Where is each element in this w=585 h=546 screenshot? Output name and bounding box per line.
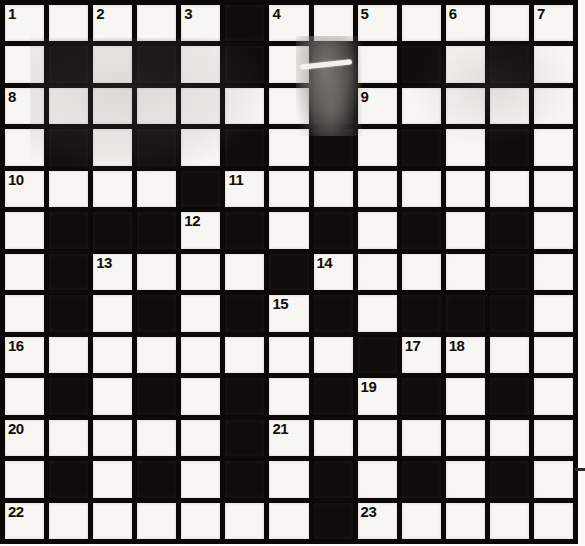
cell-r3-c0-white[interactable] — [5, 129, 44, 165]
cell-r9-c4-white[interactable] — [181, 378, 220, 414]
cell-r5-c2-black — [93, 212, 132, 248]
cell-r10-c2-white[interactable] — [93, 420, 132, 456]
cell-r12-c3-white[interactable] — [137, 503, 176, 539]
cell-r2-c2-white[interactable] — [93, 88, 132, 124]
cell-r3-c10-white[interactable] — [446, 129, 485, 165]
clue-number-8: 8 — [8, 88, 16, 106]
cell-r8-c0-white[interactable]: 16 — [5, 337, 44, 373]
cell-r7-c2-white[interactable] — [93, 295, 132, 331]
cell-r11-c10-white[interactable] — [446, 461, 485, 497]
cell-r7-c9-black — [402, 295, 441, 331]
cell-r3-c7-black — [314, 129, 353, 165]
cell-r7-c0-white[interactable] — [5, 295, 44, 331]
cell-r6-c8-white[interactable] — [358, 254, 397, 290]
cell-r0-c12-white[interactable]: 7 — [534, 5, 573, 41]
cell-r12-c8-white[interactable]: 23 — [358, 503, 397, 539]
cell-r12-c7-black — [314, 503, 353, 539]
cell-r9-c12-white[interactable] — [534, 378, 573, 414]
clue-number-23: 23 — [361, 503, 377, 521]
cell-r8-c4-white[interactable] — [181, 337, 220, 373]
cell-r9-c10-white[interactable] — [446, 378, 485, 414]
cell-r1-c11-black — [490, 46, 529, 82]
clue-number-5: 5 — [361, 5, 369, 23]
cell-r8-c11-white[interactable] — [490, 337, 529, 373]
cell-r8-c2-white[interactable] — [93, 337, 132, 373]
cell-r9-c3-black — [137, 378, 176, 414]
cell-r4-c7-white[interactable] — [314, 171, 353, 207]
cell-r12-c4-white[interactable] — [181, 503, 220, 539]
clue-number-13: 13 — [96, 254, 112, 272]
cell-r5-c1-black — [49, 212, 88, 248]
clue-number-14: 14 — [317, 254, 333, 272]
cell-r4-c4-black — [181, 171, 220, 207]
clue-number-9: 9 — [361, 88, 369, 106]
cell-r12-c5-white[interactable] — [225, 503, 264, 539]
cell-r5-c6-white[interactable] — [269, 212, 308, 248]
cell-r12-c10-white[interactable] — [446, 503, 485, 539]
cell-r7-c7-black — [314, 295, 353, 331]
cell-r1-c7-black — [314, 46, 353, 82]
cell-r11-c9-black — [402, 461, 441, 497]
cell-r7-c6-white[interactable]: 15 — [269, 295, 308, 331]
cell-r9-c5-black — [225, 378, 264, 414]
clue-number-10: 10 — [8, 171, 24, 189]
cell-r7-c10-black — [446, 295, 485, 331]
cell-r5-c11-black — [490, 212, 529, 248]
cell-r10-c1-white[interactable] — [49, 420, 88, 456]
cell-r2-c0-white[interactable]: 8 — [5, 88, 44, 124]
cell-r7-c1-black — [49, 295, 88, 331]
cell-r10-c7-white[interactable] — [314, 420, 353, 456]
cell-r8-c9-white[interactable]: 17 — [402, 337, 441, 373]
cell-r7-c11-black — [490, 295, 529, 331]
cell-r4-c12-white[interactable] — [534, 171, 573, 207]
cell-r6-c3-white[interactable] — [137, 254, 176, 290]
cell-r3-c4-white[interactable] — [181, 129, 220, 165]
clue-number-22: 22 — [8, 503, 24, 521]
cell-r4-c2-white[interactable] — [93, 171, 132, 207]
cell-r6-c1-black — [49, 254, 88, 290]
cell-r6-c7-white[interactable]: 14 — [314, 254, 353, 290]
cell-r11-c3-black — [137, 461, 176, 497]
cell-r1-c5-black — [225, 46, 264, 82]
cell-r0-c1-white[interactable] — [49, 5, 88, 41]
cell-r2-c9-white[interactable] — [402, 88, 441, 124]
cell-r5-c12-white[interactable] — [534, 212, 573, 248]
cell-r4-c1-white[interactable] — [49, 171, 88, 207]
cell-r8-c1-white[interactable] — [49, 337, 88, 373]
cell-r2-c7-black — [314, 88, 353, 124]
cell-r5-c0-white[interactable] — [5, 212, 44, 248]
cell-r6-c11-black — [490, 254, 529, 290]
cell-r9-c7-black — [314, 378, 353, 414]
clue-number-3: 3 — [184, 5, 192, 23]
cell-r9-c8-white[interactable]: 19 — [358, 378, 397, 414]
cell-r2-c5-white[interactable] — [225, 88, 264, 124]
clue-number-20: 20 — [8, 420, 24, 438]
cell-r6-c6-black — [269, 254, 308, 290]
cell-r1-c10-white[interactable] — [446, 46, 485, 82]
cell-r7-c3-black — [137, 295, 176, 331]
cell-r11-c0-white[interactable] — [5, 461, 44, 497]
cell-r6-c9-white[interactable] — [402, 254, 441, 290]
cell-r1-c0-white[interactable] — [5, 46, 44, 82]
cell-r3-c9-black — [402, 129, 441, 165]
cell-r8-c12-white[interactable] — [534, 337, 573, 373]
cell-r11-c5-black — [225, 461, 264, 497]
crossword-board: 1234567891011121314151617181920212223 — [0, 0, 585, 546]
clue-number-15: 15 — [272, 295, 288, 313]
cell-r12-c2-white[interactable] — [93, 503, 132, 539]
cell-r9-c11-black — [490, 378, 529, 414]
cell-r0-c7-white[interactable] — [314, 5, 353, 41]
cell-r5-c8-white[interactable] — [358, 212, 397, 248]
cell-r11-c7-black — [314, 461, 353, 497]
cell-r11-c2-white[interactable] — [93, 461, 132, 497]
clue-number-6: 6 — [449, 5, 457, 23]
cell-r3-c5-black — [225, 129, 264, 165]
cell-r12-c9-white[interactable] — [402, 503, 441, 539]
cell-r0-c9-white[interactable] — [402, 5, 441, 41]
cell-r7-c5-black — [225, 295, 264, 331]
cell-r12-c6-white[interactable] — [269, 503, 308, 539]
cell-r10-c5-black — [225, 420, 264, 456]
crossword-grid: 1234567891011121314151617181920212223 — [0, 0, 578, 544]
cell-r8-c10-white[interactable]: 18 — [446, 337, 485, 373]
clue-number-2: 2 — [96, 5, 104, 23]
cell-r10-c0-white[interactable]: 20 — [5, 420, 44, 456]
cell-r4-c11-white[interactable] — [490, 171, 529, 207]
cell-r0-c11-white[interactable] — [490, 5, 529, 41]
cell-r7-c12-white[interactable] — [534, 295, 573, 331]
cell-r10-c4-white[interactable] — [181, 420, 220, 456]
cell-r2-c1-white[interactable] — [49, 88, 88, 124]
cell-r7-c4-white[interactable] — [181, 295, 220, 331]
cell-r2-c3-white[interactable] — [137, 88, 176, 124]
clue-number-18: 18 — [449, 337, 465, 355]
cell-r12-c1-white[interactable] — [49, 503, 88, 539]
cell-r8-c5-white[interactable] — [225, 337, 264, 373]
cell-r8-c7-white[interactable] — [314, 337, 353, 373]
cell-r0-c6-white[interactable]: 4 — [269, 5, 308, 41]
clue-number-1: 1 — [8, 5, 16, 23]
cell-r11-c11-black — [490, 461, 529, 497]
cell-r1-c2-white[interactable] — [93, 46, 132, 82]
clue-number-21: 21 — [272, 420, 288, 438]
cell-r3-c12-white[interactable] — [534, 129, 573, 165]
cell-r0-c2-white[interactable]: 2 — [93, 5, 132, 41]
clue-number-12: 12 — [184, 212, 200, 230]
clue-number-4: 4 — [272, 5, 280, 23]
cell-r8-c8-black — [358, 337, 397, 373]
cell-r0-c0-white[interactable]: 1 — [5, 5, 44, 41]
cell-r9-c1-black — [49, 378, 88, 414]
cell-r7-c8-white[interactable] — [358, 295, 397, 331]
cell-r2-c4-white[interactable] — [181, 88, 220, 124]
cell-r5-c5-black — [225, 212, 264, 248]
cell-r10-c9-white[interactable] — [402, 420, 441, 456]
cell-r6-c5-white[interactable] — [225, 254, 264, 290]
cell-r9-c0-white[interactable] — [5, 378, 44, 414]
cell-r9-c9-black — [402, 378, 441, 414]
cell-r2-c8-white[interactable]: 9 — [358, 88, 397, 124]
cell-r11-c8-white[interactable] — [358, 461, 397, 497]
cell-r8-c6-white[interactable] — [269, 337, 308, 373]
cell-r3-c8-white[interactable] — [358, 129, 397, 165]
cell-r10-c3-white[interactable] — [137, 420, 176, 456]
clue-number-17: 17 — [405, 337, 421, 355]
cell-r4-c10-white[interactable] — [446, 171, 485, 207]
cell-r3-c1-black — [49, 129, 88, 165]
cell-r0-c5-black — [225, 5, 264, 41]
cell-r5-c3-black — [137, 212, 176, 248]
cell-r10-c8-white[interactable] — [358, 420, 397, 456]
cell-r1-c12-white[interactable] — [534, 46, 573, 82]
cell-r12-c11-white[interactable] — [490, 503, 529, 539]
cell-r10-c12-white[interactable] — [534, 420, 573, 456]
cell-r5-c9-black — [402, 212, 441, 248]
cell-r2-c6-white[interactable] — [269, 88, 308, 124]
clue-number-11: 11 — [228, 171, 243, 189]
cell-r11-c6-white[interactable] — [269, 461, 308, 497]
cell-r3-c6-white[interactable] — [269, 129, 308, 165]
cell-r2-c10-white[interactable] — [446, 88, 485, 124]
cell-r6-c4-white[interactable] — [181, 254, 220, 290]
cell-r3-c11-black — [490, 129, 529, 165]
cell-r1-c6-white[interactable] — [269, 46, 308, 82]
cell-r4-c3-white[interactable] — [137, 171, 176, 207]
cell-r0-c8-white[interactable]: 5 — [358, 5, 397, 41]
cell-r1-c9-black — [402, 46, 441, 82]
cell-r2-c12-white[interactable] — [534, 88, 573, 124]
cell-r12-c12-white[interactable] — [534, 503, 573, 539]
cell-r9-c2-white[interactable] — [93, 378, 132, 414]
cell-r4-c9-white[interactable] — [402, 171, 441, 207]
cell-r1-c8-white[interactable] — [358, 46, 397, 82]
cell-r0-c10-white[interactable]: 6 — [446, 5, 485, 41]
clue-number-16: 16 — [8, 337, 24, 355]
cell-r12-c0-white[interactable]: 22 — [5, 503, 44, 539]
cell-r0-c4-white[interactable]: 3 — [181, 5, 220, 41]
cell-r10-c6-white[interactable]: 21 — [269, 420, 308, 456]
cell-r6-c2-white[interactable]: 13 — [93, 254, 132, 290]
cell-r1-c3-black — [137, 46, 176, 82]
cell-r5-c10-white[interactable] — [446, 212, 485, 248]
clue-number-19: 19 — [361, 378, 377, 396]
cell-r6-c0-white[interactable] — [5, 254, 44, 290]
clue-number-7: 7 — [537, 5, 545, 23]
cell-r11-c4-white[interactable] — [181, 461, 220, 497]
cell-r3-c2-white[interactable] — [93, 129, 132, 165]
cell-r10-c10-white[interactable] — [446, 420, 485, 456]
cell-r4-c6-white[interactable] — [269, 171, 308, 207]
cell-r8-c3-white[interactable] — [137, 337, 176, 373]
cell-r6-c10-white[interactable] — [446, 254, 485, 290]
cell-r4-c8-white[interactable] — [358, 171, 397, 207]
cell-r4-c0-white[interactable]: 10 — [5, 171, 44, 207]
cell-r11-c12-white[interactable] — [534, 461, 573, 497]
cell-r11-c1-black — [49, 461, 88, 497]
cell-r5-c4-white[interactable]: 12 — [181, 212, 220, 248]
cell-r1-c4-white[interactable] — [181, 46, 220, 82]
cell-r3-c3-black — [137, 129, 176, 165]
cell-r2-c11-white[interactable] — [490, 88, 529, 124]
cell-r5-c7-black — [314, 212, 353, 248]
cell-r6-c12-white[interactable] — [534, 254, 573, 290]
cell-r10-c11-white[interactable] — [490, 420, 529, 456]
cell-r4-c5-white[interactable]: 11 — [225, 171, 264, 207]
cell-r1-c1-black — [49, 46, 88, 82]
cell-r9-c6-white[interactable] — [269, 378, 308, 414]
cell-r0-c3-white[interactable] — [137, 5, 176, 41]
